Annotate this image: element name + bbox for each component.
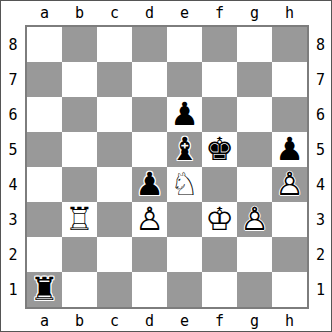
file-label: f <box>202 309 237 332</box>
piece-outline-layer: ♖ <box>65 200 94 238</box>
rank-labels-left: 87654321 <box>1 27 25 307</box>
square-d6[interactable] <box>132 97 167 132</box>
piece-wP: ♟♙ <box>135 202 164 237</box>
square-a1[interactable]: ♜ <box>27 272 62 307</box>
chess-board: ♟♝♚♟♟♞♘♟♙♜♖♟♙♚♔♟♙♜ <box>25 25 309 309</box>
square-h7[interactable] <box>272 62 307 97</box>
square-e2[interactable] <box>167 237 202 272</box>
square-a4[interactable] <box>27 167 62 202</box>
square-d2[interactable] <box>132 237 167 272</box>
square-e5[interactable]: ♝ <box>167 132 202 167</box>
square-b1[interactable] <box>62 272 97 307</box>
square-b5[interactable] <box>62 132 97 167</box>
file-label: b <box>62 309 97 332</box>
square-h4[interactable]: ♟♙ <box>272 167 307 202</box>
piece-outline-layer: ♔ <box>205 200 234 238</box>
piece-bR: ♜ <box>30 272 59 307</box>
square-g2[interactable] <box>237 237 272 272</box>
square-f3[interactable]: ♚♔ <box>202 202 237 237</box>
square-b7[interactable] <box>62 62 97 97</box>
piece-outline-layer: ♙ <box>275 165 304 203</box>
piece-bP: ♟ <box>275 132 304 167</box>
rank-label: 8 <box>1 27 25 62</box>
square-a6[interactable] <box>27 97 62 132</box>
square-g7[interactable] <box>237 62 272 97</box>
file-label: f <box>202 1 237 25</box>
rank-label: 5 <box>309 132 332 167</box>
file-label: a <box>27 309 62 332</box>
square-c7[interactable] <box>97 62 132 97</box>
square-b2[interactable] <box>62 237 97 272</box>
square-d8[interactable] <box>132 27 167 62</box>
rank-labels-right: 87654321 <box>309 27 332 307</box>
rank-label: 3 <box>309 202 332 237</box>
file-label: e <box>167 309 202 332</box>
square-d3[interactable]: ♟♙ <box>132 202 167 237</box>
square-h8[interactable] <box>272 27 307 62</box>
square-e4[interactable]: ♞♘ <box>167 167 202 202</box>
rank-label: 2 <box>309 237 332 272</box>
square-e3[interactable] <box>167 202 202 237</box>
square-a3[interactable] <box>27 202 62 237</box>
square-f8[interactable] <box>202 27 237 62</box>
square-e6[interactable]: ♟ <box>167 97 202 132</box>
square-h6[interactable] <box>272 97 307 132</box>
square-h3[interactable] <box>272 202 307 237</box>
square-e7[interactable] <box>167 62 202 97</box>
square-h1[interactable] <box>272 272 307 307</box>
file-label: h <box>272 1 307 25</box>
file-label: a <box>27 1 62 25</box>
square-f6[interactable] <box>202 97 237 132</box>
square-d4[interactable]: ♟ <box>132 167 167 202</box>
file-label: c <box>97 309 132 332</box>
square-f7[interactable] <box>202 62 237 97</box>
square-c8[interactable] <box>97 27 132 62</box>
file-label: g <box>237 309 272 332</box>
square-f1[interactable] <box>202 272 237 307</box>
piece-outline-layer: ♙ <box>135 200 164 238</box>
square-a2[interactable] <box>27 237 62 272</box>
file-label: b <box>62 1 97 25</box>
chess-diagram: abcdefgh 87654321 ♟♝♚♟♟♞♘♟♙♜♖♟♙♚♔♟♙♜ 876… <box>0 0 332 332</box>
rank-label: 8 <box>309 27 332 62</box>
square-g6[interactable] <box>237 97 272 132</box>
piece-wN: ♞♘ <box>170 167 199 202</box>
rank-label: 1 <box>1 272 25 307</box>
square-g5[interactable] <box>237 132 272 167</box>
rank-label: 4 <box>1 167 25 202</box>
piece-outline-layer: ♙ <box>240 200 269 238</box>
square-d7[interactable] <box>132 62 167 97</box>
square-a7[interactable] <box>27 62 62 97</box>
piece-bB: ♝ <box>170 132 199 167</box>
square-g4[interactable] <box>237 167 272 202</box>
square-c6[interactable] <box>97 97 132 132</box>
rank-label: 2 <box>1 237 25 272</box>
file-label: g <box>237 1 272 25</box>
rank-label: 4 <box>309 167 332 202</box>
square-f5[interactable]: ♚ <box>202 132 237 167</box>
piece-wP: ♟♙ <box>275 167 304 202</box>
file-labels-bottom: abcdefgh <box>27 309 307 332</box>
square-d1[interactable] <box>132 272 167 307</box>
square-h5[interactable]: ♟ <box>272 132 307 167</box>
file-label: c <box>97 1 132 25</box>
file-label: e <box>167 1 202 25</box>
square-e8[interactable] <box>167 27 202 62</box>
rank-label: 7 <box>309 62 332 97</box>
rank-label: 6 <box>1 97 25 132</box>
square-c4[interactable] <box>97 167 132 202</box>
piece-wR: ♜♖ <box>65 202 94 237</box>
rank-label: 1 <box>309 272 332 307</box>
piece-wP: ♟♙ <box>240 202 269 237</box>
rank-label: 3 <box>1 202 25 237</box>
square-d5[interactable] <box>132 132 167 167</box>
file-labels-top: abcdefgh <box>27 1 307 25</box>
file-label: h <box>272 309 307 332</box>
square-c2[interactable] <box>97 237 132 272</box>
square-f4[interactable] <box>202 167 237 202</box>
piece-bK: ♚ <box>205 132 234 167</box>
file-label: d <box>132 309 167 332</box>
rank-label: 6 <box>309 97 332 132</box>
square-f2[interactable] <box>202 237 237 272</box>
file-label: d <box>132 1 167 25</box>
square-c3[interactable] <box>97 202 132 237</box>
square-b4[interactable] <box>62 167 97 202</box>
square-b8[interactable] <box>62 27 97 62</box>
square-g3[interactable]: ♟♙ <box>237 202 272 237</box>
square-a5[interactable] <box>27 132 62 167</box>
square-b6[interactable] <box>62 97 97 132</box>
rank-label: 5 <box>1 132 25 167</box>
square-h2[interactable] <box>272 237 307 272</box>
piece-outline-layer: ♘ <box>170 165 199 203</box>
piece-wK: ♚♔ <box>205 202 234 237</box>
square-c1[interactable] <box>97 272 132 307</box>
rank-label: 7 <box>1 62 25 97</box>
square-a8[interactable] <box>27 27 62 62</box>
square-e1[interactable] <box>167 272 202 307</box>
piece-bP: ♟ <box>135 167 164 202</box>
piece-bP: ♟ <box>170 97 199 132</box>
square-g8[interactable] <box>237 27 272 62</box>
square-g1[interactable] <box>237 272 272 307</box>
square-b3[interactable]: ♜♖ <box>62 202 97 237</box>
square-c5[interactable] <box>97 132 132 167</box>
